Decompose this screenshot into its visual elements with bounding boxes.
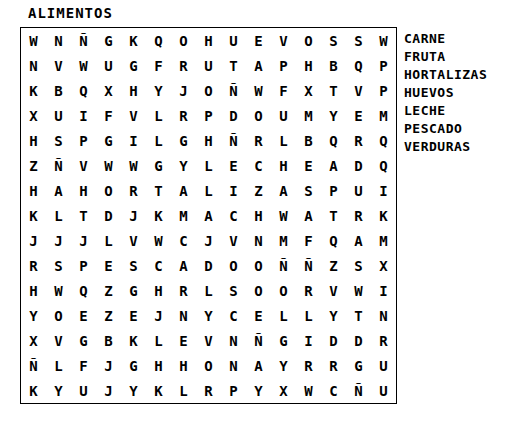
grid-cell[interactable]: O xyxy=(96,178,121,203)
grid-cell[interactable]: X xyxy=(21,328,46,353)
grid-cell[interactable]: L xyxy=(196,278,221,303)
grid-cell[interactable]: X xyxy=(271,378,296,403)
grid-cell[interactable]: V xyxy=(271,28,296,53)
grid-cell[interactable]: H xyxy=(21,178,46,203)
grid-cell[interactable]: O xyxy=(196,78,221,103)
grid-cell[interactable]: W xyxy=(71,53,96,78)
grid-cell[interactable]: K xyxy=(146,203,171,228)
grid-cell[interactable]: L xyxy=(196,153,221,178)
grid-cell[interactable]: U xyxy=(46,103,71,128)
grid-cell[interactable]: K xyxy=(21,203,46,228)
grid-cell[interactable]: H xyxy=(171,353,196,378)
grid-cell[interactable]: W xyxy=(371,28,396,53)
grid-cell[interactable]: D xyxy=(96,203,121,228)
grid-cell[interactable]: Ñ xyxy=(71,28,96,53)
grid-cell[interactable]: E xyxy=(121,303,146,328)
grid-cell[interactable]: C xyxy=(146,253,171,278)
grid-cell[interactable]: R xyxy=(321,353,346,378)
grid-cell[interactable]: A xyxy=(296,203,321,228)
grid-cell[interactable]: F xyxy=(146,53,171,78)
grid-cell[interactable]: H xyxy=(146,353,171,378)
grid-cell[interactable]: Ñ xyxy=(221,128,246,153)
grid-cell[interactable]: J xyxy=(121,203,146,228)
grid-cell[interactable]: M xyxy=(371,228,396,253)
grid-cell[interactable]: R xyxy=(121,178,146,203)
grid-cell[interactable]: Y xyxy=(21,303,46,328)
puzzle-title: ALIMENTOS xyxy=(28,5,113,21)
grid-cell[interactable]: L xyxy=(271,128,296,153)
grid-cell[interactable]: L xyxy=(96,228,121,253)
grid-cell[interactable]: Q xyxy=(371,128,396,153)
grid-cell[interactable]: Y xyxy=(246,378,271,403)
grid-cell[interactable]: T xyxy=(71,203,96,228)
grid-cell[interactable]: V xyxy=(346,78,371,103)
grid-cell[interactable]: L xyxy=(171,378,196,403)
grid-cell[interactable]: T xyxy=(146,178,171,203)
grid-cell[interactable]: G xyxy=(96,128,121,153)
grid-cell[interactable]: E xyxy=(346,103,371,128)
grid-cell[interactable]: E xyxy=(96,253,121,278)
grid-cell[interactable]: U xyxy=(371,378,396,403)
word-list-item: PESCADO xyxy=(404,120,487,138)
grid-cell[interactable]: V xyxy=(221,228,246,253)
word-list-item: HORTALIZAS xyxy=(404,66,487,84)
grid-cell[interactable]: C xyxy=(321,378,346,403)
grid-cell[interactable]: C xyxy=(221,203,246,228)
grid-cell[interactable]: O xyxy=(196,353,221,378)
grid-cell[interactable]: S xyxy=(346,253,371,278)
grid-cell[interactable]: D xyxy=(196,253,221,278)
grid-cell[interactable]: E xyxy=(221,153,246,178)
grid-cell[interactable]: P xyxy=(71,253,96,278)
grid-cell[interactable]: R xyxy=(346,128,371,153)
grid-cell[interactable]: I xyxy=(371,278,396,303)
grid-cell[interactable]: P xyxy=(371,78,396,103)
grid-cell[interactable]: W xyxy=(21,28,46,53)
grid-cell[interactable]: Ñ xyxy=(46,153,71,178)
grid-cell[interactable]: G xyxy=(121,53,146,78)
grid-cell[interactable]: U xyxy=(196,53,221,78)
grid-cell[interactable]: G xyxy=(346,353,371,378)
grid-cell[interactable]: I xyxy=(221,178,246,203)
grid-cell[interactable]: W xyxy=(121,153,146,178)
grid-cell[interactable]: G xyxy=(121,353,146,378)
grid-cell[interactable]: H xyxy=(71,178,96,203)
grid-cell[interactable]: V xyxy=(46,53,71,78)
grid-cell[interactable]: A xyxy=(171,253,196,278)
grid-cell[interactable]: N xyxy=(221,353,246,378)
word-list: CARNEFRUTAHORTALIZASHUEVOSLECHEPESCADOVE… xyxy=(404,30,487,156)
grid-cell[interactable]: Ñ xyxy=(296,253,321,278)
grid-cell[interactable]: Z xyxy=(21,153,46,178)
grid-cell[interactable]: E xyxy=(296,153,321,178)
grid-cell[interactable]: R xyxy=(196,378,221,403)
grid-cell[interactable]: G xyxy=(121,278,146,303)
grid-cell[interactable]: C xyxy=(221,303,246,328)
word-search-grid: WNÑGKQOHUEVOSSWNVWUGFRUTAPHBQPKBQXHYJOÑW… xyxy=(20,27,397,404)
grid-cell[interactable]: S xyxy=(46,253,71,278)
grid-cell[interactable]: Ñ xyxy=(246,328,271,353)
grid-cell[interactable]: Y xyxy=(146,78,171,103)
grid-cell[interactable]: O xyxy=(246,278,271,303)
grid-cell[interactable]: N xyxy=(221,328,246,353)
grid-cell[interactable]: I xyxy=(371,178,396,203)
grid-cell[interactable]: E xyxy=(171,328,196,353)
grid-cell[interactable]: O xyxy=(46,303,71,328)
grid-cell[interactable]: N xyxy=(21,53,46,78)
grid-cell[interactable]: F xyxy=(271,78,296,103)
grid-cell[interactable]: G xyxy=(146,153,171,178)
grid-cell[interactable]: G xyxy=(271,328,296,353)
grid-cell[interactable]: P xyxy=(271,53,296,78)
grid-cell[interactable]: C xyxy=(246,153,271,178)
word-list-item: HUEVOS xyxy=(404,84,487,102)
grid-cell[interactable]: R xyxy=(371,328,396,353)
grid-cell[interactable]: M xyxy=(296,103,321,128)
grid-cell[interactable]: Y xyxy=(321,303,346,328)
grid-cell[interactable]: K xyxy=(146,378,171,403)
grid-cell[interactable]: J xyxy=(21,228,46,253)
grid-cell[interactable]: M xyxy=(371,103,396,128)
grid-cell[interactable]: A xyxy=(171,178,196,203)
word-list-item: CARNE xyxy=(404,30,487,48)
grid-cell[interactable]: E xyxy=(246,28,271,53)
grid-cell[interactable]: I xyxy=(121,128,146,153)
grid-cell[interactable]: L xyxy=(271,303,296,328)
grid-cell[interactable]: J xyxy=(171,78,196,103)
grid-cell[interactable]: F xyxy=(96,103,121,128)
grid-cell[interactable]: R xyxy=(171,103,196,128)
word-list-item: LECHE xyxy=(404,102,487,120)
grid-cell[interactable]: V xyxy=(46,328,71,353)
grid-cell[interactable]: H xyxy=(196,128,221,153)
grid-cell[interactable]: V xyxy=(121,103,146,128)
grid-cell[interactable]: R xyxy=(171,53,196,78)
grid-cell[interactable]: W xyxy=(246,78,271,103)
grid-cell[interactable]: D xyxy=(221,103,246,128)
grid-cell[interactable]: V xyxy=(321,278,346,303)
grid-cell[interactable]: O xyxy=(271,278,296,303)
grid-cell[interactable]: J xyxy=(146,303,171,328)
grid-cell[interactable]: Q xyxy=(321,228,346,253)
grid-cell[interactable]: T xyxy=(221,53,246,78)
grid-cell[interactable]: G xyxy=(71,328,96,353)
grid-cell[interactable]: W xyxy=(46,278,71,303)
grid-cell[interactable]: X xyxy=(296,78,321,103)
grid-cell[interactable]: R xyxy=(296,278,321,303)
grid-cell[interactable]: Y xyxy=(46,378,71,403)
grid-cell[interactable]: S xyxy=(221,278,246,303)
grid-cell[interactable]: R xyxy=(21,253,46,278)
grid-cell[interactable]: P xyxy=(196,103,221,128)
grid-cell[interactable]: Y xyxy=(171,153,196,178)
word-search-page: { "game": "word-search (sopa de letras)"… xyxy=(0,0,512,421)
grid-cell[interactable]: H xyxy=(296,53,321,78)
grid-cell[interactable]: Q xyxy=(321,128,346,153)
grid-cell[interactable]: Ñ xyxy=(346,378,371,403)
grid-cell[interactable]: O xyxy=(171,28,196,53)
grid-cell[interactable]: H xyxy=(146,278,171,303)
grid-cell[interactable]: K xyxy=(121,28,146,53)
grid-cell[interactable]: S xyxy=(321,28,346,53)
grid-cell[interactable]: R xyxy=(171,278,196,303)
grid-cell[interactable]: M xyxy=(271,228,296,253)
grid-cell[interactable]: O xyxy=(296,28,321,53)
grid-cell[interactable]: J xyxy=(96,378,121,403)
grid-cell[interactable]: L xyxy=(146,328,171,353)
grid-cell[interactable]: H xyxy=(21,128,46,153)
grid-cell[interactable]: S xyxy=(46,128,71,153)
grid-cell[interactable]: A xyxy=(246,353,271,378)
grid-cell[interactable]: Z xyxy=(96,303,121,328)
word-list-item: FRUTA xyxy=(404,48,487,66)
grid-cell[interactable]: K xyxy=(121,328,146,353)
grid-cell[interactable]: F xyxy=(296,228,321,253)
grid-cell[interactable]: Y xyxy=(121,378,146,403)
grid-cell[interactable]: K xyxy=(21,78,46,103)
grid-cell[interactable]: W xyxy=(146,228,171,253)
grid-cell[interactable]: Ñ xyxy=(221,78,246,103)
grid-cell[interactable]: R xyxy=(346,203,371,228)
grid-cell[interactable]: I xyxy=(71,103,96,128)
grid-cell[interactable]: N xyxy=(246,228,271,253)
grid-cell[interactable]: U xyxy=(346,178,371,203)
grid-cell[interactable]: I xyxy=(296,328,321,353)
grid-cell[interactable]: T xyxy=(321,203,346,228)
grid-cell[interactable]: B xyxy=(96,328,121,353)
grid-cell[interactable]: V xyxy=(71,153,96,178)
grid-cell[interactable]: L xyxy=(196,178,221,203)
grid-cell[interactable]: Ñ xyxy=(271,253,296,278)
grid-cell[interactable]: Q xyxy=(71,78,96,103)
grid-cell[interactable]: B xyxy=(46,78,71,103)
grid-cell[interactable]: F xyxy=(71,353,96,378)
grid-cell[interactable]: N xyxy=(46,28,71,53)
grid-cell[interactable]: U xyxy=(96,53,121,78)
grid-cell[interactable]: S xyxy=(346,28,371,53)
grid-cell[interactable]: L xyxy=(146,103,171,128)
grid-cell[interactable]: X xyxy=(371,253,396,278)
grid-cell[interactable]: Y xyxy=(196,303,221,328)
grid-cell[interactable]: A xyxy=(246,53,271,78)
grid-cell[interactable]: B xyxy=(321,53,346,78)
grid-cell[interactable]: W xyxy=(271,203,296,228)
grid-cell[interactable]: D xyxy=(346,328,371,353)
grid-cell[interactable]: E xyxy=(246,303,271,328)
grid-cell[interactable]: W xyxy=(96,153,121,178)
grid-cell[interactable]: A xyxy=(196,203,221,228)
grid-cell[interactable]: Q xyxy=(346,53,371,78)
grid-cell[interactable]: K xyxy=(371,203,396,228)
grid-cell[interactable]: J xyxy=(46,228,71,253)
grid-cell[interactable]: L xyxy=(146,128,171,153)
grid-cell[interactable]: M xyxy=(171,203,196,228)
grid-cell[interactable]: R xyxy=(296,353,321,378)
grid-cell[interactable]: J xyxy=(71,228,96,253)
grid-cell[interactable]: S xyxy=(121,253,146,278)
grid-cell[interactable]: X xyxy=(21,103,46,128)
grid-cell[interactable]: T xyxy=(346,303,371,328)
grid-cell[interactable]: U xyxy=(371,353,396,378)
grid-cell[interactable]: Q xyxy=(371,153,396,178)
grid-cell[interactable]: A xyxy=(346,228,371,253)
grid-cell[interactable]: X xyxy=(96,78,121,103)
grid-cell[interactable]: A xyxy=(46,178,71,203)
grid-cell[interactable]: P xyxy=(321,178,346,203)
grid-cell[interactable]: H xyxy=(21,278,46,303)
grid-cell[interactable]: D xyxy=(321,328,346,353)
grid-cell[interactable]: B xyxy=(296,128,321,153)
grid-cell[interactable]: L xyxy=(46,203,71,228)
grid-cell[interactable]: Q xyxy=(146,28,171,53)
grid-cell[interactable]: W xyxy=(296,378,321,403)
grid-cell[interactable]: U xyxy=(271,103,296,128)
grid-cell[interactable]: W xyxy=(346,278,371,303)
grid-cell[interactable]: L xyxy=(296,303,321,328)
grid-cell[interactable]: N xyxy=(171,303,196,328)
grid-cell[interactable]: Z xyxy=(96,278,121,303)
grid-cell[interactable]: U xyxy=(71,378,96,403)
grid-cell[interactable]: P xyxy=(71,128,96,153)
grid-cell[interactable]: P xyxy=(221,378,246,403)
grid-cell[interactable]: Y xyxy=(321,103,346,128)
grid-cell[interactable]: A xyxy=(321,153,346,178)
grid-cell[interactable]: Y xyxy=(271,353,296,378)
grid-cell[interactable]: O xyxy=(246,253,271,278)
grid-cell[interactable]: J xyxy=(196,228,221,253)
grid-cell[interactable]: T xyxy=(321,78,346,103)
grid-cell[interactable]: G xyxy=(96,28,121,53)
grid-cell[interactable]: Q xyxy=(71,278,96,303)
grid-cell[interactable]: Ñ xyxy=(21,353,46,378)
grid-cell[interactable]: Z xyxy=(321,253,346,278)
grid-cell[interactable]: E xyxy=(71,303,96,328)
grid-cell[interactable]: K xyxy=(21,378,46,403)
grid-cell[interactable]: O xyxy=(221,253,246,278)
grid-cell[interactable]: V xyxy=(196,328,221,353)
grid-cell[interactable]: H xyxy=(271,153,296,178)
grid-cell[interactable]: Z xyxy=(246,178,271,203)
grid-cell[interactable]: D xyxy=(346,153,371,178)
grid-cell[interactable]: J xyxy=(96,353,121,378)
grid-cell[interactable]: L xyxy=(46,353,71,378)
grid-cell[interactable]: S xyxy=(296,178,321,203)
grid-cell[interactable]: O xyxy=(246,103,271,128)
grid-cell[interactable]: G xyxy=(171,128,196,153)
grid-cell[interactable]: H xyxy=(246,203,271,228)
grid-cell[interactable]: H xyxy=(196,28,221,53)
grid-cell[interactable]: N xyxy=(371,303,396,328)
grid-cell[interactable]: P xyxy=(371,53,396,78)
grid-cell[interactable]: H xyxy=(121,78,146,103)
grid-cell[interactable]: U xyxy=(221,28,246,53)
word-list-item: VERDURAS xyxy=(404,138,487,156)
grid-cell[interactable]: C xyxy=(171,228,196,253)
grid-cell[interactable]: R xyxy=(246,128,271,153)
grid-cell[interactable]: A xyxy=(271,178,296,203)
grid-cell[interactable]: V xyxy=(121,228,146,253)
